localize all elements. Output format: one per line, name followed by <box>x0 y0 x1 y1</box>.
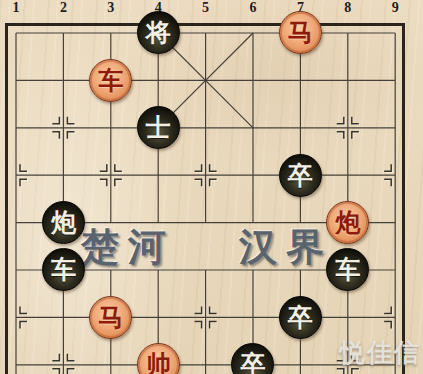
piece-glyph: 卒 <box>288 163 313 188</box>
piece-black-cannon[interactable]: 炮 <box>42 201 85 244</box>
piece-glyph: 马 <box>288 20 313 45</box>
piece-black-chariot[interactable]: 车 <box>326 248 369 291</box>
piece-glyph: 帅 <box>146 352 171 374</box>
piece-black-soldier[interactable]: 卒 <box>279 154 322 197</box>
piece-black-soldier[interactable]: 卒 <box>231 343 274 374</box>
piece-red-chariot[interactable]: 车 <box>89 59 132 102</box>
piece-glyph: 炮 <box>51 210 76 235</box>
piece-red-general[interactable]: 帅 <box>137 343 180 374</box>
piece-glyph: 卒 <box>240 352 265 374</box>
piece-red-cannon[interactable]: 炮 <box>326 201 369 244</box>
piece-glyph: 车 <box>51 257 76 282</box>
piece-red-horse[interactable]: 马 <box>279 11 322 54</box>
piece-red-horse[interactable]: 马 <box>89 296 132 339</box>
board-grid: 将马车士卒炮炮车车马卒帅卒 <box>0 9 419 374</box>
piece-glyph: 将 <box>146 20 171 45</box>
piece-glyph: 车 <box>335 257 360 282</box>
piece-glyph: 炮 <box>335 210 360 235</box>
xiangqi-board: 123456789 楚河 汉界 将马车士卒炮炮车车马卒帅卒 悦佳信 <box>0 0 423 374</box>
piece-black-soldier[interactable]: 卒 <box>279 296 322 339</box>
piece-glyph: 卒 <box>288 305 313 330</box>
watermark: 悦佳信 <box>340 336 421 369</box>
piece-glyph: 马 <box>98 305 123 330</box>
piece-glyph: 士 <box>146 115 171 140</box>
piece-black-advisor[interactable]: 士 <box>137 106 180 149</box>
piece-black-general[interactable]: 将 <box>137 11 180 54</box>
piece-glyph: 车 <box>98 68 123 93</box>
piece-black-chariot[interactable]: 车 <box>42 248 85 291</box>
